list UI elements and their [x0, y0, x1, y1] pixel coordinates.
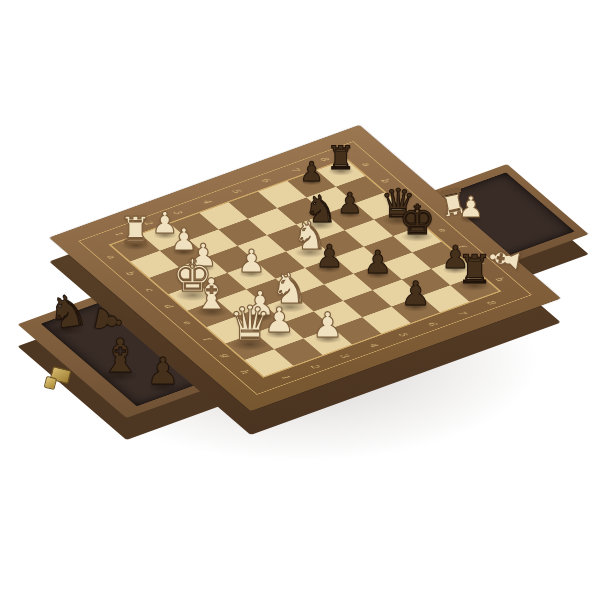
chess-set-photo: abcdefgh abcdefgh 87654321 87654321 ♜♟♜♟… [0, 0, 600, 600]
latch-hook [44, 376, 58, 390]
